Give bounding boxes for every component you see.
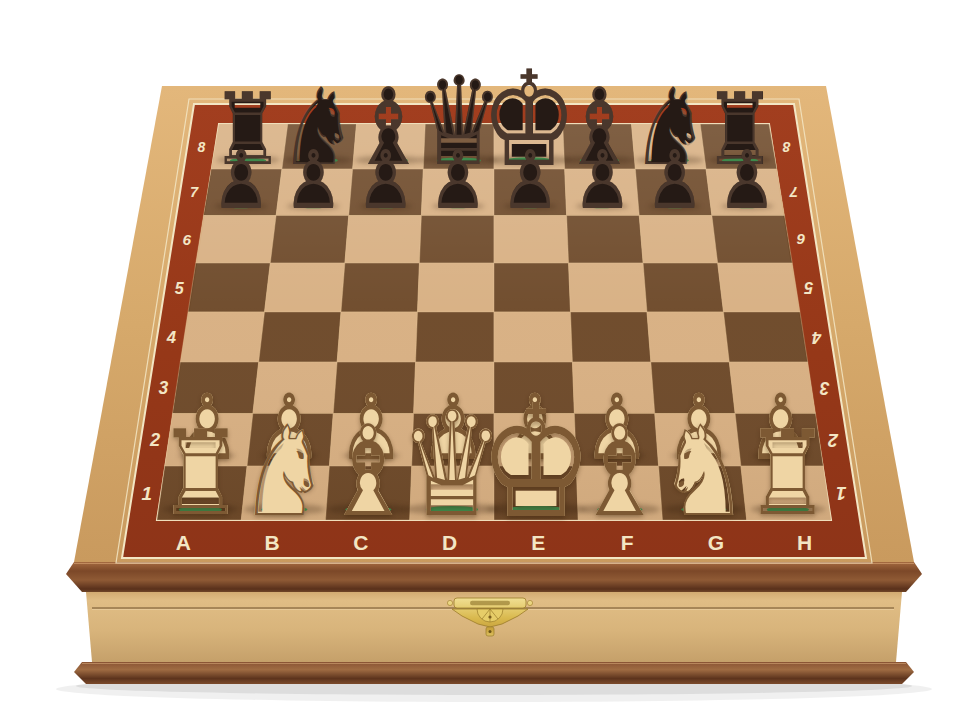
piece-detail-glyph: ♙ <box>645 142 704 223</box>
piece-detail-glyph: ♖ <box>157 415 243 533</box>
piece-detail-glyph: ♗ <box>574 409 666 535</box>
piece-detail-glyph: ♙ <box>717 142 776 223</box>
chess-box-photo: 8765432187654321ABCDEFGH ♜♖♞♘♝♗♛♕♚♔♝♗♞♘♜… <box>0 0 970 728</box>
piece-detail-glyph: ♙ <box>356 142 415 223</box>
pieces-layer: ♜♖♞♘♝♗♛♕♚♔♝♗♞♘♜♖♟♙♟♙♟♙♟♙♟♙♟♙♟♙♟♙♟♙♟♙♟♙♟♙… <box>0 0 970 728</box>
piece-detail-glyph: ♙ <box>284 142 343 223</box>
piece-detail-glyph: ♙ <box>428 142 487 223</box>
piece-detail-glyph: ♖ <box>744 415 830 533</box>
piece-detail-glyph: ♙ <box>573 142 632 223</box>
piece-detail-glyph: ♙ <box>500 142 559 223</box>
piece-detail-glyph: ♙ <box>211 142 270 223</box>
piece-detail-glyph: ♘ <box>657 409 749 535</box>
piece-detail-glyph: ♘ <box>238 409 330 535</box>
